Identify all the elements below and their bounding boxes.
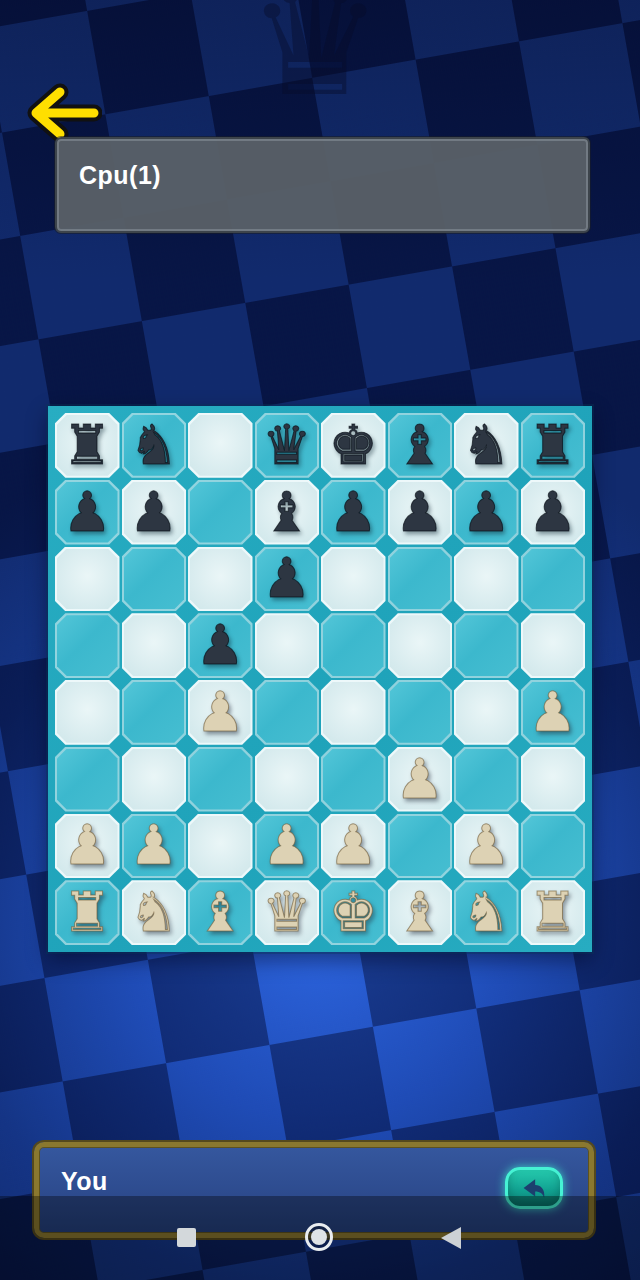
- square-a1[interactable]: ♜: [54, 879, 121, 946]
- square-h6[interactable]: [520, 546, 587, 613]
- home-circle-icon[interactable]: [305, 1223, 333, 1251]
- square-a6[interactable]: [54, 546, 121, 613]
- square-a3[interactable]: [54, 746, 121, 813]
- square-a8[interactable]: ♜: [54, 412, 121, 479]
- square-f8[interactable]: ♝: [387, 412, 454, 479]
- square-d3[interactable]: [254, 746, 321, 813]
- square-e3[interactable]: [320, 746, 387, 813]
- black-pawn: ♟: [453, 479, 520, 546]
- square-g5[interactable]: [453, 612, 520, 679]
- white-pawn: ♟: [453, 813, 520, 880]
- square-g8[interactable]: ♞: [453, 412, 520, 479]
- square-e4[interactable]: [320, 679, 387, 746]
- white-pawn: ♟: [520, 679, 587, 746]
- square-f1[interactable]: ♝: [387, 879, 454, 946]
- square-f6[interactable]: [387, 546, 454, 613]
- square-d4[interactable]: [254, 679, 321, 746]
- square-a4[interactable]: [54, 679, 121, 746]
- white-pawn: ♟: [320, 813, 387, 880]
- back-arrow-icon: [22, 82, 102, 144]
- player-name: You: [61, 1167, 108, 1195]
- white-pawn: ♟: [121, 813, 188, 880]
- black-knight: ♞: [453, 412, 520, 479]
- square-c6[interactable]: [187, 546, 254, 613]
- square-a2[interactable]: ♟: [54, 813, 121, 880]
- black-king: ♚: [320, 412, 387, 479]
- square-f2[interactable]: [387, 813, 454, 880]
- square-g6[interactable]: [453, 546, 520, 613]
- square-f4[interactable]: [387, 679, 454, 746]
- black-knight: ♞: [121, 412, 188, 479]
- square-e7[interactable]: ♟: [320, 479, 387, 546]
- black-bishop: ♝: [254, 479, 321, 546]
- square-g3[interactable]: [453, 746, 520, 813]
- square-g2[interactable]: ♟: [453, 813, 520, 880]
- square-b3[interactable]: [121, 746, 188, 813]
- square-h2[interactable]: [520, 813, 587, 880]
- white-pawn: ♟: [54, 813, 121, 880]
- square-g4[interactable]: [453, 679, 520, 746]
- square-c8[interactable]: [187, 412, 254, 479]
- square-h1[interactable]: ♜: [520, 879, 587, 946]
- white-knight: ♞: [453, 879, 520, 946]
- white-pawn: ♟: [254, 813, 321, 880]
- recents-square-icon[interactable]: [177, 1228, 196, 1247]
- square-f3[interactable]: ♟: [387, 746, 454, 813]
- square-b5[interactable]: [121, 612, 188, 679]
- black-pawn: ♟: [187, 612, 254, 679]
- square-d2[interactable]: ♟: [254, 813, 321, 880]
- white-bishop: ♝: [187, 879, 254, 946]
- square-e1[interactable]: ♚: [320, 879, 387, 946]
- white-rook: ♜: [54, 879, 121, 946]
- black-pawn: ♟: [121, 479, 188, 546]
- square-h8[interactable]: ♜: [520, 412, 587, 479]
- square-h3[interactable]: [520, 746, 587, 813]
- square-b6[interactable]: [121, 546, 188, 613]
- black-pawn: ♟: [520, 479, 587, 546]
- square-c3[interactable]: [187, 746, 254, 813]
- square-c2[interactable]: [187, 813, 254, 880]
- square-g7[interactable]: ♟: [453, 479, 520, 546]
- black-pawn: ♟: [320, 479, 387, 546]
- square-h4[interactable]: ♟: [520, 679, 587, 746]
- white-rook: ♜: [520, 879, 587, 946]
- square-d5[interactable]: [254, 612, 321, 679]
- square-b4[interactable]: [121, 679, 188, 746]
- square-e8[interactable]: ♚: [320, 412, 387, 479]
- back-button[interactable]: [22, 82, 102, 144]
- black-pawn: ♟: [54, 479, 121, 546]
- square-g1[interactable]: ♞: [453, 879, 520, 946]
- chess-board[interactable]: ♜♞♛♚♝♞♜♟♟♝♟♟♟♟♟♟♟♟♟♟♟♟♟♟♜♞♝♛♚♝♞♜: [48, 406, 592, 952]
- square-d7[interactable]: ♝: [254, 479, 321, 546]
- background-queen-silhouette-icon: ♛: [247, 0, 383, 118]
- black-queen: ♛: [254, 412, 321, 479]
- white-king: ♚: [320, 879, 387, 946]
- square-h5[interactable]: [520, 612, 587, 679]
- white-pawn: ♟: [387, 746, 454, 813]
- square-d6[interactable]: ♟: [254, 546, 321, 613]
- square-c4[interactable]: ♟: [187, 679, 254, 746]
- white-bishop: ♝: [387, 879, 454, 946]
- square-h7[interactable]: ♟: [520, 479, 587, 546]
- square-a7[interactable]: ♟: [54, 479, 121, 546]
- black-pawn: ♟: [254, 546, 321, 613]
- square-e2[interactable]: ♟: [320, 813, 387, 880]
- square-a5[interactable]: [54, 612, 121, 679]
- black-rook: ♜: [520, 412, 587, 479]
- black-bishop: ♝: [387, 412, 454, 479]
- square-b8[interactable]: ♞: [121, 412, 188, 479]
- opponent-name: Cpu(1): [79, 161, 161, 189]
- square-b7[interactable]: ♟: [121, 479, 188, 546]
- square-d8[interactable]: ♛: [254, 412, 321, 479]
- square-c7[interactable]: [187, 479, 254, 546]
- square-e5[interactable]: [320, 612, 387, 679]
- square-d1[interactable]: ♛: [254, 879, 321, 946]
- square-c5[interactable]: ♟: [187, 612, 254, 679]
- app-screen: ♛ Cpu(1) ♜♞♛♚♝♞♜♟♟♝♟♟♟♟♟♟♟♟♟♟♟♟♟♟♜♞♝♛♚♝♞…: [0, 0, 640, 1280]
- white-knight: ♞: [121, 879, 188, 946]
- nav-back-triangle-icon[interactable]: [441, 1227, 461, 1249]
- black-rook: ♜: [54, 412, 121, 479]
- square-f5[interactable]: [387, 612, 454, 679]
- square-c1[interactable]: ♝: [187, 879, 254, 946]
- opponent-panel: Cpu(1): [55, 137, 590, 233]
- square-e6[interactable]: [320, 546, 387, 613]
- black-pawn: ♟: [387, 479, 454, 546]
- square-b1[interactable]: ♞: [121, 879, 188, 946]
- white-pawn: ♟: [187, 679, 254, 746]
- square-b2[interactable]: ♟: [121, 813, 188, 880]
- square-f7[interactable]: ♟: [387, 479, 454, 546]
- white-queen: ♛: [254, 879, 321, 946]
